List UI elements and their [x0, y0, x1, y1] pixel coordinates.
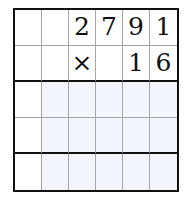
- cell-r4c4[interactable]: [96, 118, 123, 154]
- cell-r5c2[interactable]: [42, 154, 69, 190]
- cell-r4c6[interactable]: [150, 118, 177, 154]
- cell-r4c1: [15, 118, 42, 154]
- cell-r3c5[interactable]: [123, 82, 150, 118]
- cell-r3c2[interactable]: [42, 82, 69, 118]
- cell-r2c6: 6: [150, 46, 177, 82]
- digit-2: 2: [74, 14, 90, 39]
- cell-r4c5[interactable]: [123, 118, 150, 154]
- digit-1: 1: [128, 50, 144, 75]
- cell-r4c3[interactable]: [69, 118, 96, 154]
- multiplication-grid: 2791×16: [13, 8, 179, 192]
- digit-6: 6: [156, 50, 172, 75]
- cell-r5c5[interactable]: [123, 154, 150, 190]
- cell-r2c1: [15, 46, 42, 82]
- multiplication-sign: ×: [72, 50, 93, 75]
- cell-r5c1: [15, 154, 42, 190]
- cell-r2c3: ×: [69, 46, 96, 82]
- cell-r5c3[interactable]: [69, 154, 96, 190]
- cell-r3c1: [15, 82, 42, 118]
- cell-r1c5: 9: [123, 10, 150, 46]
- cell-r1c1: [15, 10, 42, 46]
- cell-r1c2: [42, 10, 69, 46]
- cell-r1c6: 1: [150, 10, 177, 46]
- cell-r1c3: 2: [69, 10, 96, 46]
- digit-1: 1: [156, 14, 172, 39]
- cell-r3c6[interactable]: [150, 82, 177, 118]
- cell-r3c3[interactable]: [69, 82, 96, 118]
- cell-r2c5: 1: [123, 46, 150, 82]
- cell-r1c4: 7: [96, 10, 123, 46]
- cell-r2c4: [96, 46, 123, 82]
- digit-7: 7: [101, 14, 117, 39]
- digit-9: 9: [128, 14, 144, 39]
- cell-r5c4[interactable]: [96, 154, 123, 190]
- cell-r5c6[interactable]: [150, 154, 177, 190]
- cell-r3c4[interactable]: [96, 82, 123, 118]
- cell-r2c2: [42, 46, 69, 82]
- cell-r4c2[interactable]: [42, 118, 69, 154]
